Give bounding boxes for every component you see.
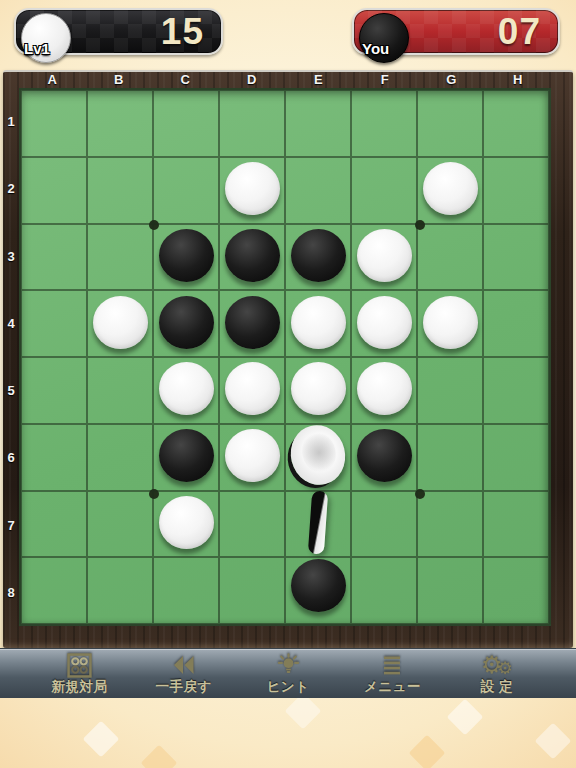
cell-D3[interactable]: [219, 224, 285, 291]
cell-F7[interactable]: [351, 491, 417, 558]
board-grid: [19, 88, 551, 626]
new-game-grid-icon: [67, 652, 92, 678]
white-disc: [225, 162, 280, 215]
cell-H1[interactable]: [483, 90, 549, 157]
cell-F3[interactable]: [351, 224, 417, 291]
black-disc: [159, 229, 214, 282]
cell-E5[interactable]: [285, 357, 351, 424]
row-labels: 12345678: [3, 88, 19, 626]
white-disc: [423, 296, 478, 349]
cell-F8[interactable]: [351, 557, 417, 624]
cell-E6[interactable]: [285, 424, 351, 491]
cell-H5[interactable]: [483, 357, 549, 424]
row-label-5: 5: [3, 357, 19, 424]
menu-button[interactable]: メニュー: [340, 649, 444, 698]
cell-C3[interactable]: [153, 224, 219, 291]
cell-C4[interactable]: [153, 290, 219, 357]
cell-F2[interactable]: [351, 157, 417, 224]
undo-label: 一手戻す: [155, 678, 211, 696]
bg-diamond: [285, 693, 322, 730]
cell-D5[interactable]: [219, 357, 285, 424]
cell-F1[interactable]: [351, 90, 417, 157]
white-disc: [357, 362, 412, 415]
row-label-1: 1: [3, 88, 19, 155]
bg-diamond: [447, 699, 484, 736]
row-label-3: 3: [3, 223, 19, 290]
cell-B2[interactable]: [87, 157, 153, 224]
black-disc: [159, 296, 214, 349]
cell-D4[interactable]: [219, 290, 285, 357]
white-disc: [159, 496, 214, 549]
cell-D6[interactable]: [219, 424, 285, 491]
white-disc: [93, 296, 148, 349]
cell-B8[interactable]: [87, 557, 153, 624]
cell-B3[interactable]: [87, 224, 153, 291]
menu-label: メニュー: [364, 678, 421, 696]
cell-E2[interactable]: [285, 157, 351, 224]
cell-C7[interactable]: [153, 491, 219, 558]
black-disc: [225, 296, 280, 349]
player-right-score-panel: You 07: [352, 8, 560, 55]
toolbar: 新規対局 一手戻す ヒント: [0, 648, 576, 698]
player-left-score: 15: [161, 11, 204, 53]
white-disc: [291, 362, 346, 415]
black-disc: [291, 559, 346, 612]
cell-C5[interactable]: [153, 357, 219, 424]
column-label-C: C: [152, 72, 219, 88]
cell-A3[interactable]: [21, 224, 87, 291]
cell-D7[interactable]: [219, 491, 285, 558]
cell-H3[interactable]: [483, 224, 549, 291]
bg-diamond: [535, 723, 572, 760]
cell-A1[interactable]: [21, 90, 87, 157]
rewind-icon: [171, 652, 196, 678]
row-label-2: 2: [3, 155, 19, 222]
cell-B4[interactable]: [87, 290, 153, 357]
cell-A2[interactable]: [21, 157, 87, 224]
cell-C8[interactable]: [153, 557, 219, 624]
hint-button[interactable]: ヒント: [236, 649, 340, 698]
settings-button[interactable]: ⚙⚙ 設 定: [445, 649, 549, 698]
new-game-button[interactable]: 新規対局: [27, 649, 131, 698]
cell-D1[interactable]: [219, 90, 285, 157]
row-label-6: 6: [3, 424, 19, 491]
column-label-B: B: [86, 72, 153, 88]
column-label-E: E: [285, 72, 352, 88]
cell-C6[interactable]: [153, 424, 219, 491]
player-right-score: 07: [498, 11, 541, 53]
gears-icon: ⚙⚙: [481, 652, 513, 678]
cell-A7[interactable]: [21, 491, 87, 558]
cell-B7[interactable]: [87, 491, 153, 558]
cell-H2[interactable]: [483, 157, 549, 224]
cell-G8[interactable]: [417, 557, 483, 624]
white-disc: [357, 229, 412, 282]
cell-A6[interactable]: [21, 424, 87, 491]
cell-H4[interactable]: [483, 290, 549, 357]
cell-F5[interactable]: [351, 357, 417, 424]
new-game-label: 新規対局: [51, 678, 107, 696]
cell-B6[interactable]: [87, 424, 153, 491]
cell-D2[interactable]: [219, 157, 285, 224]
row-label-8: 8: [3, 559, 19, 626]
cell-A8[interactable]: [21, 557, 87, 624]
settings-label: 設 定: [481, 678, 513, 696]
cell-C1[interactable]: [153, 90, 219, 157]
cell-G5[interactable]: [417, 357, 483, 424]
white-disc: [423, 162, 478, 215]
player-left-score-panel: Lv1 15: [14, 8, 223, 55]
cell-E7[interactable]: [285, 491, 351, 558]
black-disc: [291, 229, 346, 282]
flipping-disc-tilted: [285, 419, 352, 490]
bg-diamond: [409, 735, 446, 768]
column-label-H: H: [485, 72, 552, 88]
cell-A5[interactable]: [21, 357, 87, 424]
player-left-name: Lv1: [24, 40, 50, 57]
cell-B1[interactable]: [87, 90, 153, 157]
cell-G7[interactable]: [417, 491, 483, 558]
cell-G2[interactable]: [417, 157, 483, 224]
column-labels: ABCDEFGH: [19, 72, 551, 88]
white-disc: [225, 362, 280, 415]
hint-label: ヒント: [267, 678, 310, 696]
cell-C2[interactable]: [153, 157, 219, 224]
cell-H7[interactable]: [483, 491, 549, 558]
white-disc: [159, 362, 214, 415]
cell-H8[interactable]: [483, 557, 549, 624]
cell-B5[interactable]: [87, 357, 153, 424]
row-label-7: 7: [3, 492, 19, 559]
cell-H6[interactable]: [483, 424, 549, 491]
lightbulb-icon: [276, 652, 301, 678]
white-disc: [357, 296, 412, 349]
flipping-disc-edge: [308, 491, 328, 555]
column-label-A: A: [19, 72, 86, 88]
column-label-F: F: [352, 72, 419, 88]
cell-G4[interactable]: [417, 290, 483, 357]
bg-diamond: [83, 721, 120, 758]
cell-E4[interactable]: [285, 290, 351, 357]
score-bar: Lv1 15 You 07: [0, 0, 576, 70]
black-disc: [225, 229, 280, 282]
cell-E8[interactable]: [285, 557, 351, 624]
board-frame: ABCDEFGH 12345678: [3, 70, 573, 648]
white-disc: [291, 296, 346, 349]
cell-D8[interactable]: [219, 557, 285, 624]
row-label-4: 4: [3, 290, 19, 357]
cell-A4[interactable]: [21, 290, 87, 357]
cell-G3[interactable]: [417, 224, 483, 291]
white-disc: [225, 429, 280, 482]
cell-G1[interactable]: [417, 90, 483, 157]
cell-G6[interactable]: [417, 424, 483, 491]
cell-F6[interactable]: [351, 424, 417, 491]
menu-lines-icon: [380, 652, 404, 678]
player-right-name: You: [362, 40, 389, 57]
cell-E3[interactable]: [285, 224, 351, 291]
column-label-G: G: [418, 72, 485, 88]
cell-F4[interactable]: [351, 290, 417, 357]
cell-E1[interactable]: [285, 90, 351, 157]
column-label-D: D: [219, 72, 286, 88]
bg-diamond: [141, 745, 178, 768]
undo-button[interactable]: 一手戻す: [131, 649, 235, 698]
black-disc: [159, 429, 214, 482]
black-disc: [357, 429, 412, 482]
